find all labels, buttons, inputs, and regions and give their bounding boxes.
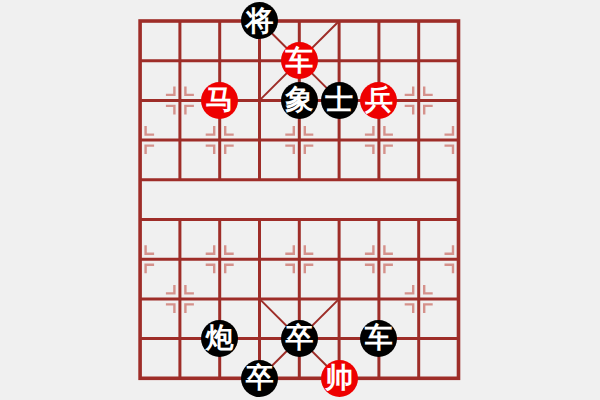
piece-black-general[interactable]: 将 — [241, 2, 278, 39]
board-grid: 将车马象士兵炮卒车卒帅 — [120, 1, 478, 398]
piece-black-advisor[interactable]: 士 — [321, 82, 358, 119]
piece-red-soldier[interactable]: 兵 — [360, 82, 397, 119]
piece-red-chariot[interactable]: 车 — [281, 42, 318, 79]
piece-black-elephant[interactable]: 象 — [281, 82, 318, 119]
piece-black-chariot[interactable]: 车 — [360, 320, 397, 357]
xiangqi-board: 将车马象士兵炮卒车卒帅 — [0, 0, 600, 400]
piece-black-soldier-1[interactable]: 卒 — [281, 320, 318, 357]
piece-black-cannon[interactable]: 炮 — [201, 320, 238, 357]
piece-red-horse[interactable]: 马 — [201, 82, 238, 119]
screen: 将车马象士兵炮卒车卒帅 — [0, 0, 600, 400]
piece-red-general[interactable]: 帅 — [321, 360, 358, 397]
piece-black-soldier-2[interactable]: 卒 — [241, 360, 278, 397]
